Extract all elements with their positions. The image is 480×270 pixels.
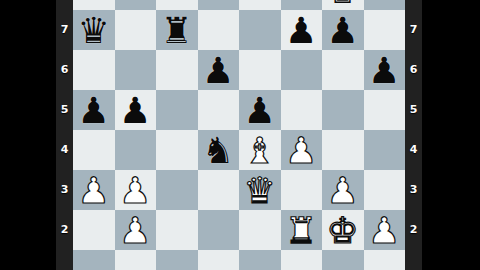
square-h6[interactable]: ♟ — [364, 50, 406, 90]
piece-black-pawn-d6[interactable]: ♟ — [202, 53, 234, 89]
square-h7[interactable] — [364, 10, 406, 50]
right-rank-label-strip: 765432 — [405, 0, 422, 270]
square-c2[interactable] — [156, 210, 198, 250]
rank-label-5-right: 5 — [405, 90, 422, 130]
square-f8[interactable] — [281, 0, 323, 10]
square-c7[interactable]: ♜ — [156, 10, 198, 50]
piece-black-pawn-a5[interactable]: ♟ — [78, 93, 110, 129]
square-g2[interactable]: ♚ — [322, 210, 364, 250]
square-c5[interactable] — [156, 90, 198, 130]
rank-label-4-right: 4 — [405, 130, 422, 170]
square-b4[interactable] — [115, 130, 157, 170]
rank-label-3-left: 3 — [56, 170, 73, 210]
piece-white-pawn-f4[interactable]: ♟ — [285, 133, 317, 169]
piece-black-pawn-h6[interactable]: ♟ — [368, 53, 400, 89]
piece-black-pawn-e5[interactable]: ♟ — [244, 93, 276, 129]
rank-label-7-left: 7 — [56, 10, 73, 50]
square-d2[interactable] — [198, 210, 240, 250]
square-f6[interactable] — [281, 50, 323, 90]
square-e6[interactable] — [239, 50, 281, 90]
square-d3[interactable] — [198, 170, 240, 210]
square-a4[interactable] — [73, 130, 115, 170]
square-f3[interactable] — [281, 170, 323, 210]
square-h4[interactable] — [364, 130, 406, 170]
square-g1[interactable] — [322, 250, 364, 270]
square-e5[interactable]: ♟ — [239, 90, 281, 130]
square-h5[interactable] — [364, 90, 406, 130]
chess-board[interactable]: ♚♛♜♟♟♟♟♟♟♟♞♝♟♟♟♛♟♟♜♚♟ — [73, 0, 405, 270]
piece-black-pawn-g7[interactable]: ♟ — [327, 13, 359, 49]
video-frame: 765432 765432 ♚♛♜♟♟♟♟♟♟♟♞♝♟♟♟♛♟♟♜♚♟ — [0, 0, 480, 270]
square-b7[interactable] — [115, 10, 157, 50]
square-c8[interactable] — [156, 0, 198, 10]
square-f1[interactable] — [281, 250, 323, 270]
rank-label-2-left: 2 — [56, 210, 73, 250]
piece-black-knight-d4[interactable]: ♞ — [202, 133, 234, 169]
rank-label-6-left: 6 — [56, 50, 73, 90]
square-e7[interactable] — [239, 10, 281, 50]
piece-black-queen-a7[interactable]: ♛ — [78, 13, 110, 49]
rank-label-4-left: 4 — [56, 130, 73, 170]
square-f2[interactable]: ♜ — [281, 210, 323, 250]
square-h2[interactable]: ♟ — [364, 210, 406, 250]
square-c4[interactable] — [156, 130, 198, 170]
square-h8[interactable] — [364, 0, 406, 10]
piece-white-pawn-g3[interactable]: ♟ — [327, 173, 359, 209]
left-rank-label-strip: 765432 — [56, 0, 73, 270]
square-d5[interactable] — [198, 90, 240, 130]
piece-black-rook-c7[interactable]: ♜ — [161, 13, 193, 49]
piece-white-pawn-b3[interactable]: ♟ — [119, 173, 151, 209]
square-b8[interactable] — [115, 0, 157, 10]
square-g8[interactable]: ♚ — [322, 0, 364, 10]
square-d7[interactable] — [198, 10, 240, 50]
square-e4[interactable]: ♝ — [239, 130, 281, 170]
square-h3[interactable] — [364, 170, 406, 210]
square-a3[interactable]: ♟ — [73, 170, 115, 210]
square-e3[interactable]: ♛ — [239, 170, 281, 210]
square-a7[interactable]: ♛ — [73, 10, 115, 50]
square-h1[interactable] — [364, 250, 406, 270]
square-a1[interactable] — [73, 250, 115, 270]
square-b1[interactable] — [115, 250, 157, 270]
square-g5[interactable] — [322, 90, 364, 130]
square-d4[interactable]: ♞ — [198, 130, 240, 170]
piece-white-pawn-h2[interactable]: ♟ — [368, 213, 400, 249]
square-b6[interactable] — [115, 50, 157, 90]
piece-white-king-g2[interactable]: ♚ — [327, 213, 359, 249]
rank-label-7-right: 7 — [405, 10, 422, 50]
square-a5[interactable]: ♟ — [73, 90, 115, 130]
square-g4[interactable] — [322, 130, 364, 170]
square-g3[interactable]: ♟ — [322, 170, 364, 210]
piece-white-queen-e3[interactable]: ♛ — [244, 173, 276, 209]
rank-label-3-right: 3 — [405, 170, 422, 210]
square-e2[interactable] — [239, 210, 281, 250]
piece-white-bishop-e4[interactable]: ♝ — [244, 133, 276, 169]
piece-white-pawn-a3[interactable]: ♟ — [78, 173, 110, 209]
square-e1[interactable] — [239, 250, 281, 270]
square-b2[interactable]: ♟ — [115, 210, 157, 250]
rank-label-6-right: 6 — [405, 50, 422, 90]
square-g7[interactable]: ♟ — [322, 10, 364, 50]
square-g6[interactable] — [322, 50, 364, 90]
square-a2[interactable] — [73, 210, 115, 250]
square-c6[interactable] — [156, 50, 198, 90]
square-d6[interactable]: ♟ — [198, 50, 240, 90]
rank-label-5-left: 5 — [56, 90, 73, 130]
square-a6[interactable] — [73, 50, 115, 90]
square-c3[interactable] — [156, 170, 198, 210]
rank-label-2-right: 2 — [405, 210, 422, 250]
piece-black-king-g8[interactable]: ♚ — [327, 0, 359, 9]
square-f4[interactable]: ♟ — [281, 130, 323, 170]
piece-black-pawn-b5[interactable]: ♟ — [119, 93, 151, 129]
square-f7[interactable]: ♟ — [281, 10, 323, 50]
square-f5[interactable] — [281, 90, 323, 130]
piece-white-rook-f2[interactable]: ♜ — [285, 213, 317, 249]
square-e8[interactable] — [239, 0, 281, 10]
square-a8[interactable] — [73, 0, 115, 10]
piece-black-pawn-f7[interactable]: ♟ — [285, 13, 317, 49]
square-c1[interactable] — [156, 250, 198, 270]
square-b5[interactable]: ♟ — [115, 90, 157, 130]
square-b3[interactable]: ♟ — [115, 170, 157, 210]
square-d1[interactable] — [198, 250, 240, 270]
square-d8[interactable] — [198, 0, 240, 10]
piece-white-pawn-b2[interactable]: ♟ — [119, 213, 151, 249]
